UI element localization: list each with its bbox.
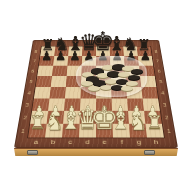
rank-label-2: 2: [160, 111, 174, 124]
chess-set-photo: 87654321 87654321 abcdefgh ♜♞♝♛♚♝♞♜♟♟♟♟♟…: [0, 0, 190, 190]
checker-disc-cream: [121, 86, 133, 91]
checker-disc-cream: [88, 86, 100, 91]
rank-label-3: 3: [21, 98, 34, 110]
hinge-icon: [144, 150, 155, 155]
file-label-c: c: [61, 138, 79, 149]
square-d3: [80, 98, 96, 110]
square-c3: [64, 98, 80, 110]
file-label-d: d: [79, 138, 96, 149]
file-label-h: h: [147, 138, 166, 149]
rank-label-6: 6: [153, 66, 165, 76]
square-e8: [96, 46, 110, 55]
square-h4: [141, 87, 158, 99]
file-label-b: b: [44, 138, 62, 149]
square-g2: [128, 111, 145, 124]
square-f1: [112, 124, 129, 138]
square-b4: [49, 87, 65, 99]
rank-label-2: 2: [18, 111, 32, 124]
rank-label-7: 7: [152, 56, 164, 66]
square-a2: [30, 111, 48, 124]
hinge-icon: [27, 150, 38, 155]
file-label-g: g: [130, 138, 148, 149]
square-a4: [34, 87, 51, 99]
square-d1: [79, 124, 96, 138]
square-b8: [54, 46, 69, 55]
rank-label-8: 8: [150, 46, 161, 55]
square-h8: [137, 46, 152, 55]
square-g8: [123, 46, 138, 55]
rank-label-5: 5: [25, 76, 38, 87]
square-a3: [32, 98, 49, 110]
square-c1: [62, 124, 79, 138]
square-b6: [52, 66, 67, 76]
square-a1: [28, 124, 47, 138]
square-e3: [96, 98, 112, 110]
rank-label-1: 1: [16, 124, 30, 138]
square-e1: [96, 124, 113, 138]
square-e2: [96, 111, 112, 124]
square-a5: [36, 76, 52, 87]
file-label-a: a: [27, 138, 46, 149]
rank-label-6: 6: [27, 66, 39, 76]
file-label-e: e: [96, 138, 113, 149]
rank-label-1: 1: [162, 124, 176, 138]
square-d8: [82, 46, 96, 55]
square-f8: [110, 46, 124, 55]
square-h3: [143, 98, 160, 110]
square-b1: [45, 124, 63, 138]
rank-label-4: 4: [23, 87, 36, 99]
square-a8: [40, 46, 55, 55]
checkers-bag: [76, 56, 147, 97]
rank-label-5: 5: [155, 76, 168, 87]
square-b3: [48, 98, 65, 110]
file-label-f: f: [113, 138, 131, 149]
rank-label-7: 7: [28, 56, 40, 66]
square-c2: [63, 111, 80, 124]
rank-label-3: 3: [158, 98, 171, 110]
square-c8: [68, 46, 82, 55]
checker-disc-dark: [128, 75, 140, 80]
square-d2: [80, 111, 96, 124]
rank-label-8: 8: [30, 46, 41, 55]
square-b5: [51, 76, 67, 87]
square-f3: [112, 98, 128, 110]
square-f2: [112, 111, 129, 124]
square-h1: [145, 124, 164, 138]
square-a7: [39, 56, 54, 66]
file-labels: abcdefgh: [27, 138, 166, 149]
square-b7: [53, 56, 68, 66]
square-c4: [65, 87, 81, 99]
square-g3: [127, 98, 144, 110]
checker-disc-dark: [131, 69, 143, 74]
square-g1: [129, 124, 147, 138]
rank-label-4: 4: [156, 87, 169, 99]
square-a6: [37, 66, 53, 76]
square-b2: [47, 111, 64, 124]
square-h2: [144, 111, 162, 124]
